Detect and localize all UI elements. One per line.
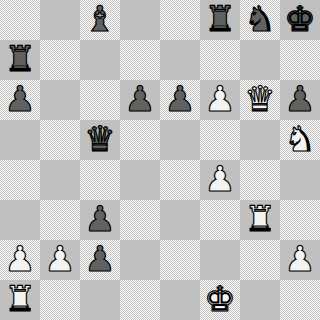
square-e8[interactable] [160,0,200,40]
black-pawn: ♟ [84,242,115,277]
black-rook: ♜ [4,42,35,77]
square-f7[interactable] [200,40,240,80]
square-a5[interactable] [0,120,40,160]
white-rook: ♜ [4,282,35,317]
square-d5[interactable] [120,120,160,160]
square-b2[interactable]: ♟ [40,240,80,280]
black-pawn: ♟ [124,82,155,117]
square-d4[interactable] [120,160,160,200]
square-b5[interactable] [40,120,80,160]
square-h2[interactable]: ♟ [280,240,320,280]
square-e3[interactable] [160,200,200,240]
square-g2[interactable] [240,240,280,280]
white-pawn: ♟ [284,242,315,277]
square-d8[interactable] [120,0,160,40]
white-knight: ♞ [284,122,315,157]
black-pawn: ♟ [284,82,315,117]
square-d6[interactable]: ♟ [120,80,160,120]
square-f4[interactable]: ♟ [200,160,240,200]
square-b8[interactable] [40,0,80,40]
white-pawn: ♟ [4,242,35,277]
square-b3[interactable] [40,200,80,240]
square-g1[interactable] [240,280,280,320]
square-g4[interactable] [240,160,280,200]
black-knight: ♞ [244,2,275,37]
white-king: ♚ [204,282,235,317]
square-a6[interactable]: ♟ [0,80,40,120]
square-g7[interactable] [240,40,280,80]
square-h6[interactable]: ♟ [280,80,320,120]
square-h5[interactable]: ♞ [280,120,320,160]
white-pawn: ♟ [44,242,75,277]
square-a3[interactable] [0,200,40,240]
square-b6[interactable] [40,80,80,120]
black-pawn: ♟ [164,82,195,117]
chess-board: ♝♜♞♚♜♟♟♟♟♛♟♛♞♟♟♜♟♟♟♟♜♚ [0,0,320,320]
square-h4[interactable] [280,160,320,200]
black-bishop: ♝ [84,2,115,37]
square-g5[interactable] [240,120,280,160]
square-b4[interactable] [40,160,80,200]
square-e6[interactable]: ♟ [160,80,200,120]
square-d3[interactable] [120,200,160,240]
square-g6[interactable]: ♛ [240,80,280,120]
square-c4[interactable] [80,160,120,200]
square-c3[interactable]: ♟ [80,200,120,240]
square-h1[interactable] [280,280,320,320]
square-h8[interactable]: ♚ [280,0,320,40]
white-pawn: ♟ [204,162,235,197]
square-f6[interactable]: ♟ [200,80,240,120]
square-g8[interactable]: ♞ [240,0,280,40]
square-f2[interactable] [200,240,240,280]
square-b1[interactable] [40,280,80,320]
square-a1[interactable]: ♜ [0,280,40,320]
square-e4[interactable] [160,160,200,200]
square-d1[interactable] [120,280,160,320]
square-g3[interactable]: ♜ [240,200,280,240]
square-e5[interactable] [160,120,200,160]
square-f5[interactable] [200,120,240,160]
square-b7[interactable] [40,40,80,80]
square-h3[interactable] [280,200,320,240]
square-c2[interactable]: ♟ [80,240,120,280]
black-pawn: ♟ [4,82,35,117]
black-pawn: ♟ [84,202,115,237]
black-king: ♚ [284,2,315,37]
black-rook: ♜ [204,2,235,37]
square-c6[interactable] [80,80,120,120]
square-a2[interactable]: ♟ [0,240,40,280]
square-e2[interactable] [160,240,200,280]
square-c1[interactable] [80,280,120,320]
white-pawn: ♟ [204,82,235,117]
square-f3[interactable] [200,200,240,240]
square-a4[interactable] [0,160,40,200]
white-queen: ♛ [244,82,275,117]
square-e7[interactable] [160,40,200,80]
square-c5[interactable]: ♛ [80,120,120,160]
white-rook: ♜ [244,202,275,237]
square-c8[interactable]: ♝ [80,0,120,40]
square-d2[interactable] [120,240,160,280]
square-c7[interactable] [80,40,120,80]
square-f8[interactable]: ♜ [200,0,240,40]
square-f1[interactable]: ♚ [200,280,240,320]
square-a7[interactable]: ♜ [0,40,40,80]
square-a8[interactable] [0,0,40,40]
square-e1[interactable] [160,280,200,320]
square-d7[interactable] [120,40,160,80]
square-h7[interactable] [280,40,320,80]
black-queen: ♛ [84,122,115,157]
